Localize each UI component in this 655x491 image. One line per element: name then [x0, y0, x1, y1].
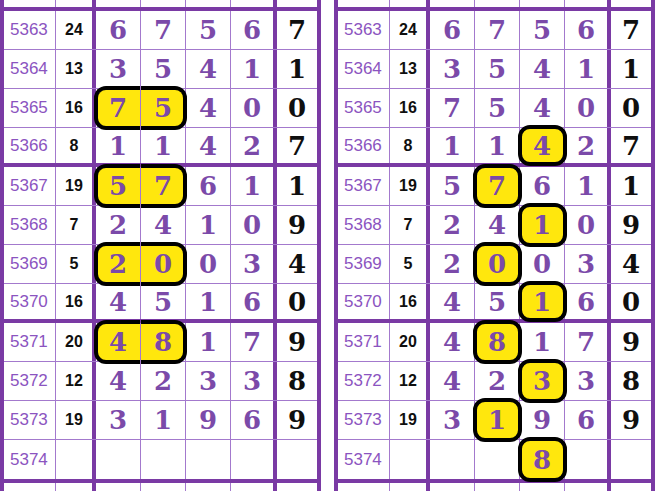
cropped-cell: [475, 0, 520, 7]
digit-cell-5: 0: [611, 89, 651, 127]
digit-value: 1: [622, 173, 640, 199]
cropped-cell: [520, 0, 565, 7]
digit-cell-4: 0: [231, 206, 277, 244]
chart-row: 5366 8 1 1 4 2 7: [338, 128, 651, 167]
digit-cell-5: 1: [611, 50, 651, 88]
digit-cell-4: 3: [565, 362, 611, 400]
draw-number-cell: 5372: [338, 362, 390, 400]
digit-value: 1: [154, 133, 172, 159]
draw-number: 5369: [10, 254, 48, 274]
digit-cell-3: 8: [520, 440, 565, 479]
digit-value: 3: [533, 368, 551, 394]
draw-number: 5364: [10, 59, 48, 79]
sum-value: 19: [65, 411, 83, 429]
digit-cell-5: 9: [277, 323, 317, 361]
digit-value: 0: [243, 95, 261, 121]
digit-cell-1: 4: [430, 284, 475, 319]
digit-cell-4: 6: [231, 401, 277, 439]
digit-cell-4: 3: [231, 362, 277, 400]
draw-number: 5368: [344, 215, 382, 235]
digit-cell-4: 1: [565, 50, 611, 88]
cropped-cell: [4, 0, 56, 7]
draw-number-cell: 5367: [4, 167, 56, 205]
cropped-cell: [96, 0, 141, 7]
digit-value: 5: [154, 56, 172, 82]
digit-value: 7: [488, 173, 506, 199]
digit-value: 2: [154, 368, 172, 394]
digit-value: 0: [488, 251, 506, 277]
digit-value: 9: [622, 329, 640, 355]
chart-table-left: 5363 24 6 7 5 6 7 5364 13 3 5 4 1 1 5365…: [0, 0, 321, 491]
digit-cell-4: 7: [231, 323, 277, 361]
digit-cell-5: 0: [611, 284, 651, 319]
digit-cell-5: 4: [277, 245, 317, 283]
digit-cell-5: 7: [611, 128, 651, 163]
digit-cell-1: 7: [96, 89, 141, 127]
draw-number-cell: 5371: [338, 323, 390, 361]
digit-value: 2: [577, 133, 595, 159]
digit-cell-1: 4: [430, 323, 475, 361]
digit-cell-3: 3: [186, 362, 231, 400]
digit-value: 5: [533, 17, 551, 43]
digit-value: 1: [199, 289, 217, 315]
digit-cell-2: 7: [141, 167, 186, 205]
digit-cell-3: 1: [520, 323, 565, 361]
sum-cell: [390, 440, 430, 479]
sum-cell: 13: [56, 50, 96, 88]
sum-cell: 12: [56, 362, 96, 400]
sum-value: 16: [65, 293, 83, 311]
cropped-cell: [141, 0, 186, 7]
digit-value: 4: [488, 212, 506, 238]
digit-cell-5: 7: [277, 128, 317, 163]
draw-number: 5366: [344, 136, 382, 156]
cropped-cell: [565, 483, 611, 491]
digit-value: 4: [288, 251, 306, 277]
digit-value: 8: [533, 447, 551, 473]
digit-value: 7: [154, 17, 172, 43]
digit-value: 3: [577, 368, 595, 394]
digit-value: 2: [488, 368, 506, 394]
digit-value: 3: [443, 407, 461, 433]
draw-number: 5363: [10, 20, 48, 40]
digit-cell-4: 7: [565, 323, 611, 361]
sum-value: 20: [65, 333, 83, 351]
digit-value: 4: [199, 56, 217, 82]
cropped-cell: [231, 483, 277, 491]
sum-cell: 19: [56, 401, 96, 439]
digit-value: 6: [243, 17, 261, 43]
draw-number-cell: 5363: [4, 11, 56, 49]
digit-cell-5: 9: [277, 401, 317, 439]
cropped-cell: [430, 0, 475, 7]
digit-cell-4: 6: [231, 284, 277, 319]
chart-row: 5368 7 2 4 1 0 9: [338, 206, 651, 245]
draw-number: 5374: [10, 450, 48, 470]
draw-number-cell: 5364: [4, 50, 56, 88]
digit-value: 0: [577, 212, 595, 238]
digit-cell-3: 0: [186, 245, 231, 283]
digit-value: 4: [109, 289, 127, 315]
digit-value: 0: [288, 289, 306, 315]
digit-cell-1: 2: [96, 206, 141, 244]
digit-cell-2: 0: [475, 245, 520, 283]
digit-value: 9: [288, 329, 306, 355]
digit-cell-3: 5: [520, 11, 565, 49]
digit-cell-5: 9: [611, 323, 651, 361]
sum-value: 7: [70, 216, 79, 234]
draw-number: 5372: [344, 371, 382, 391]
digit-cell-1: 3: [430, 401, 475, 439]
digit-cell-5: 9: [611, 206, 651, 244]
digit-cell-2: 5: [141, 89, 186, 127]
digit-cell-1: 6: [430, 11, 475, 49]
cropped-cell: [390, 0, 430, 7]
digit-cell-3: 4: [186, 50, 231, 88]
cropped-cell: [4, 483, 56, 491]
digit-value: 9: [622, 212, 640, 238]
cropped-row-bottom: [334, 483, 655, 491]
digit-value: 0: [622, 95, 640, 121]
digit-value: 6: [199, 173, 217, 199]
digit-cell-3: 3: [520, 362, 565, 400]
draw-number-cell: 5363: [338, 11, 390, 49]
digit-value: 8: [488, 329, 506, 355]
digit-cell-4: 3: [231, 245, 277, 283]
digit-cell-1: [96, 440, 141, 479]
chart-row: 5365 16 7 5 4 0 0: [338, 89, 651, 128]
digit-cell-4: 6: [565, 284, 611, 319]
chart-row: 5367 19 5 7 6 1 1: [338, 167, 651, 206]
draw-number-cell: 5368: [4, 206, 56, 244]
draw-number-cell: 5366: [4, 128, 56, 163]
draw-number: 5370: [344, 292, 382, 312]
digit-cell-3: 4: [520, 128, 565, 163]
draw-number-cell: 5370: [338, 284, 390, 319]
digit-value: 5: [488, 289, 506, 315]
cropped-cell: [141, 483, 186, 491]
digit-value: 5: [154, 95, 172, 121]
sum-value: 12: [399, 372, 417, 390]
digit-value: 9: [199, 407, 217, 433]
digit-value: 5: [443, 173, 461, 199]
draw-number-cell: 5366: [338, 128, 390, 163]
digit-cell-3: 5: [186, 11, 231, 49]
digit-value: 9: [622, 407, 640, 433]
sum-value: 7: [404, 216, 413, 234]
digit-cell-3: 1: [186, 323, 231, 361]
cropped-row-top: [334, 0, 655, 7]
digit-cell-5: 7: [611, 11, 651, 49]
digit-value: 9: [533, 407, 551, 433]
digit-value: 4: [533, 133, 551, 159]
draw-number: 5366: [10, 136, 48, 156]
draw-number: 5367: [344, 176, 382, 196]
digit-cell-4: 0: [565, 206, 611, 244]
draw-number-cell: 5365: [4, 89, 56, 127]
digit-cell-1: 5: [96, 167, 141, 205]
sum-cell: 16: [390, 89, 430, 127]
draw-number-cell: 5371: [4, 323, 56, 361]
digit-value: 1: [243, 56, 261, 82]
digit-cell-5: 1: [277, 167, 317, 205]
digit-cell-2: 2: [475, 362, 520, 400]
grid-left: 5363 24 6 7 5 6 7 5364 13 3 5 4 1 1 5365…: [0, 7, 321, 483]
cropped-cell: [186, 483, 231, 491]
digit-value: 5: [488, 95, 506, 121]
draw-number: 5373: [10, 410, 48, 430]
digit-cell-4: 1: [231, 167, 277, 205]
digit-cell-5: [611, 440, 651, 479]
sum-cell: 16: [56, 284, 96, 319]
digit-cell-2: 0: [141, 245, 186, 283]
draw-number: 5371: [344, 332, 382, 352]
digit-value: 7: [288, 17, 306, 43]
chart-row: 5364 13 3 5 4 1 1: [338, 50, 651, 89]
chart-row: 5366 8 1 1 4 2 7: [4, 128, 317, 167]
sum-value: 16: [65, 99, 83, 117]
draw-number-cell: 5365: [338, 89, 390, 127]
chart-row: 5372 12 4 2 3 3 8: [338, 362, 651, 401]
digit-value: 1: [577, 173, 595, 199]
draw-number: 5369: [344, 254, 382, 274]
digit-value: 3: [199, 368, 217, 394]
digit-cell-3: 6: [186, 167, 231, 205]
sum-cell: 7: [56, 206, 96, 244]
digit-value: 1: [533, 289, 551, 315]
digit-cell-4: 1: [231, 50, 277, 88]
digit-cell-3: 0: [520, 245, 565, 283]
digit-cell-2: 7: [141, 11, 186, 49]
digit-cell-4: 1: [565, 167, 611, 205]
draw-number: 5371: [10, 332, 48, 352]
cropped-cell: [475, 483, 520, 491]
digit-cell-4: 2: [565, 128, 611, 163]
draw-number-cell: 5370: [4, 284, 56, 319]
chart-row: 5363 24 6 7 5 6 7: [338, 11, 651, 50]
digit-cell-2: [475, 440, 520, 479]
cropped-cell: [277, 0, 317, 7]
digit-cell-3: 6: [520, 167, 565, 205]
sum-cell: 8: [56, 128, 96, 163]
digit-value: 0: [154, 251, 172, 277]
digit-cell-2: 1: [475, 128, 520, 163]
digit-cell-1: 3: [96, 401, 141, 439]
digit-cell-3: 9: [520, 401, 565, 439]
digit-cell-2: 5: [141, 284, 186, 319]
digit-value: 1: [443, 133, 461, 159]
digit-cell-3: 4: [186, 128, 231, 163]
digit-cell-1: 3: [96, 50, 141, 88]
cropped-cell: [565, 0, 611, 7]
sum-value: 24: [65, 21, 83, 39]
digit-cell-4: 2: [231, 128, 277, 163]
digit-cell-2: 7: [475, 167, 520, 205]
draw-number: 5373: [344, 410, 382, 430]
digit-value: 4: [622, 251, 640, 277]
sum-cell: 13: [390, 50, 430, 88]
sum-value: 19: [65, 177, 83, 195]
digit-value: 5: [109, 173, 127, 199]
digit-value: 1: [288, 56, 306, 82]
digit-value: 1: [488, 407, 506, 433]
digit-value: 3: [243, 251, 261, 277]
sum-value: 5: [404, 255, 413, 273]
sum-cell: 7: [390, 206, 430, 244]
digit-value: 4: [199, 133, 217, 159]
digit-cell-4: 0: [565, 89, 611, 127]
digit-value: 8: [622, 368, 640, 394]
draw-number: 5367: [10, 176, 48, 196]
digit-cell-1: 7: [430, 89, 475, 127]
digit-value: 2: [109, 251, 127, 277]
sum-value: 13: [65, 60, 83, 78]
digit-cell-5: 4: [611, 245, 651, 283]
chart-row: 5373 19 3 1 9 6 9: [338, 401, 651, 440]
digit-value: 3: [577, 251, 595, 277]
sum-value: 16: [399, 99, 417, 117]
draw-number: 5372: [10, 371, 48, 391]
sum-value: 5: [70, 255, 79, 273]
digit-value: 1: [154, 407, 172, 433]
digit-cell-4: 6: [231, 11, 277, 49]
digit-cell-2: 5: [475, 89, 520, 127]
draw-number: 5364: [344, 59, 382, 79]
digit-value: 1: [199, 329, 217, 355]
digit-value: 8: [288, 368, 306, 394]
digit-value: 6: [577, 17, 595, 43]
chart-row: 5369 5 2 0 0 3 4: [4, 245, 317, 284]
chart-row: 5365 16 7 5 4 0 0: [4, 89, 317, 128]
sum-value: 19: [399, 177, 417, 195]
chart-table-right: 5363 24 6 7 5 6 7 5364 13 3 5 4 1 1 5365…: [334, 0, 655, 491]
sum-cell: 19: [390, 167, 430, 205]
digit-cell-2: 8: [475, 323, 520, 361]
chart-row: 5369 5 2 0 0 3 4: [338, 245, 651, 284]
digit-cell-2: 1: [141, 128, 186, 163]
draw-number-cell: 5367: [338, 167, 390, 205]
digit-cell-5: 1: [277, 50, 317, 88]
sum-cell: 16: [390, 284, 430, 319]
digit-cell-2: 5: [475, 50, 520, 88]
cropped-cell: [186, 0, 231, 7]
digit-cell-2: 7: [475, 11, 520, 49]
digit-cell-1: 2: [96, 245, 141, 283]
grid-right: 5363 24 6 7 5 6 7 5364 13 3 5 4 1 1 5365…: [334, 7, 655, 483]
digit-cell-3: 1: [520, 284, 565, 319]
digit-value: 1: [288, 173, 306, 199]
sum-cell: 5: [390, 245, 430, 283]
cropped-cell: [520, 483, 565, 491]
digit-value: 7: [577, 329, 595, 355]
digit-cell-5: 8: [277, 362, 317, 400]
digit-value: 7: [443, 95, 461, 121]
digit-cell-4: [565, 440, 611, 479]
sum-cell: [56, 440, 96, 479]
draw-number-cell: 5364: [338, 50, 390, 88]
digit-cell-1: 2: [430, 206, 475, 244]
digit-value: 1: [577, 56, 595, 82]
chart-row: 5371 20 4 8 1 7 9: [4, 323, 317, 362]
digit-value: 6: [533, 173, 551, 199]
cropped-row-top: [0, 0, 321, 7]
chart-row: 5363 24 6 7 5 6 7: [4, 11, 317, 50]
digit-cell-4: 6: [565, 401, 611, 439]
digit-value: 2: [243, 133, 261, 159]
digit-value: 0: [243, 212, 261, 238]
digit-cell-5: 7: [277, 11, 317, 49]
sum-value: 19: [399, 411, 417, 429]
digit-value: 7: [622, 17, 640, 43]
digit-cell-4: 6: [565, 11, 611, 49]
digit-cell-5: 0: [277, 284, 317, 319]
digit-cell-1: 6: [96, 11, 141, 49]
cropped-cell: [430, 483, 475, 491]
digit-cell-5: 0: [277, 89, 317, 127]
cropped-cell: [277, 483, 317, 491]
digit-cell-4: [231, 440, 277, 479]
sum-cell: 24: [56, 11, 96, 49]
digit-value: 8: [154, 329, 172, 355]
digit-cell-2: [141, 440, 186, 479]
digit-value: 0: [533, 251, 551, 277]
digit-value: 1: [622, 56, 640, 82]
sum-cell: 19: [390, 401, 430, 439]
draw-number-cell: 5369: [338, 245, 390, 283]
digit-cell-2: 4: [475, 206, 520, 244]
cropped-cell: [611, 0, 651, 7]
digit-cell-1: [430, 440, 475, 479]
digit-cell-1: 4: [96, 323, 141, 361]
digit-cell-2: 5: [141, 50, 186, 88]
digit-cell-2: 8: [141, 323, 186, 361]
digit-cell-2: 2: [141, 362, 186, 400]
digit-cell-1: 4: [96, 284, 141, 319]
sum-cell: 5: [56, 245, 96, 283]
sum-cell: 19: [56, 167, 96, 205]
chart-row: 5372 12 4 2 3 3 8: [4, 362, 317, 401]
digit-value: 4: [443, 329, 461, 355]
digit-cell-3: 4: [186, 89, 231, 127]
digit-cell-5: 9: [611, 401, 651, 439]
digit-value: 1: [533, 212, 551, 238]
digit-cell-3: 9: [186, 401, 231, 439]
sum-cell: 24: [390, 11, 430, 49]
digit-value: 0: [577, 95, 595, 121]
digit-value: 6: [109, 17, 127, 43]
chart-row: 5368 7 2 4 1 0 9: [4, 206, 317, 245]
table-gap: [321, 0, 334, 491]
digit-value: 6: [577, 407, 595, 433]
draw-number-cell: 5368: [338, 206, 390, 244]
cropped-cell: [338, 0, 390, 7]
sum-value: 8: [404, 137, 413, 155]
digit-cell-3: 4: [520, 89, 565, 127]
digit-value: 5: [199, 17, 217, 43]
draw-number: 5365: [344, 98, 382, 118]
digit-value: 4: [109, 368, 127, 394]
cropped-cell: [96, 483, 141, 491]
digit-cell-1: 5: [430, 167, 475, 205]
cropped-cell: [56, 0, 96, 7]
sum-cell: 20: [390, 323, 430, 361]
digit-value: 9: [288, 407, 306, 433]
digit-value: 1: [109, 133, 127, 159]
digit-value: 3: [109, 56, 127, 82]
digit-value: 4: [443, 289, 461, 315]
sum-value: 16: [399, 293, 417, 311]
chart-row: 5367 19 5 7 6 1 1: [4, 167, 317, 206]
